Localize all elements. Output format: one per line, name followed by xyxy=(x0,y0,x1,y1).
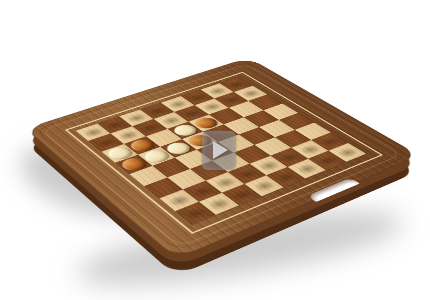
play-icon xyxy=(213,141,228,159)
product-photo-stage: ♜♞♝♛♚♝♞♜♟♟♟♟♟♟♟♟♟♟♟♟♟♟♟♟♜♞♝♛♚♝♞♜ xyxy=(0,0,430,300)
video-play-button[interactable] xyxy=(202,131,236,170)
